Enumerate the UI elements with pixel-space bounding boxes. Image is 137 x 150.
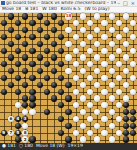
board-intersection[interactable] xyxy=(29,122,36,129)
board-intersection[interactable] xyxy=(115,61,122,68)
board-intersection[interactable] xyxy=(101,102,108,109)
board-intersection[interactable] xyxy=(14,122,21,129)
board-intersection[interactable] xyxy=(36,54,43,61)
board-intersection[interactable] xyxy=(94,20,101,27)
board-intersection[interactable] xyxy=(130,75,137,82)
board-intersection[interactable] xyxy=(50,109,57,116)
board-intersection[interactable] xyxy=(43,88,50,95)
board-intersection[interactable] xyxy=(108,81,115,88)
minimize-button[interactable]: – xyxy=(117,1,122,6)
board-intersection[interactable] xyxy=(101,54,108,61)
board-intersection[interactable]: 6 xyxy=(7,116,14,123)
board-intersection[interactable] xyxy=(58,122,65,129)
board-intersection[interactable] xyxy=(79,109,86,116)
board-intersection[interactable] xyxy=(94,75,101,82)
board-intersection[interactable] xyxy=(72,13,79,20)
board-intersection[interactable] xyxy=(65,68,72,75)
board-intersection[interactable] xyxy=(108,116,115,123)
board-intersection[interactable] xyxy=(94,68,101,75)
board-intersection[interactable] xyxy=(14,13,21,20)
board-intersection[interactable] xyxy=(123,75,130,82)
board-intersection[interactable] xyxy=(29,40,36,47)
board-intersection[interactable] xyxy=(108,95,115,102)
board-intersection[interactable] xyxy=(115,88,122,95)
board-intersection[interactable] xyxy=(123,109,130,116)
board-intersection[interactable] xyxy=(65,102,72,109)
board-intersection[interactable] xyxy=(65,75,72,82)
board-intersection[interactable] xyxy=(43,95,50,102)
board-intersection[interactable] xyxy=(58,95,65,102)
board-intersection[interactable] xyxy=(14,34,21,41)
board-intersection[interactable] xyxy=(7,13,14,20)
board-intersection[interactable] xyxy=(130,129,137,136)
board-intersection[interactable] xyxy=(36,88,43,95)
board-intersection[interactable] xyxy=(79,54,86,61)
board-intersection[interactable] xyxy=(14,102,21,109)
board-intersection[interactable] xyxy=(7,27,14,34)
board-intersection[interactable] xyxy=(29,75,36,82)
board-intersection[interactable] xyxy=(87,95,94,102)
board-intersection[interactable] xyxy=(115,34,122,41)
board-intersection[interactable] xyxy=(94,54,101,61)
board-intersection[interactable] xyxy=(72,102,79,109)
board-intersection[interactable] xyxy=(58,54,65,61)
board-intersection[interactable] xyxy=(14,61,21,68)
board-intersection[interactable] xyxy=(7,88,14,95)
board-intersection[interactable] xyxy=(72,122,79,129)
board-intersection[interactable] xyxy=(115,27,122,34)
board-intersection[interactable] xyxy=(43,68,50,75)
board-intersection[interactable] xyxy=(108,20,115,27)
board-intersection[interactable] xyxy=(43,75,50,82)
board-intersection[interactable] xyxy=(130,88,137,95)
board-intersection[interactable] xyxy=(0,88,7,95)
board-intersection[interactable] xyxy=(0,40,7,47)
board-intersection[interactable] xyxy=(43,40,50,47)
board-intersection[interactable] xyxy=(36,13,43,20)
board-intersection[interactable] xyxy=(123,13,130,20)
board-intersection[interactable] xyxy=(130,122,137,129)
board-intersection[interactable] xyxy=(0,109,7,116)
board-intersection[interactable] xyxy=(115,81,122,88)
board-intersection[interactable] xyxy=(43,102,50,109)
board-intersection[interactable] xyxy=(65,34,72,41)
board-intersection[interactable] xyxy=(65,61,72,68)
board-intersection[interactable] xyxy=(130,109,137,116)
board-intersection[interactable] xyxy=(14,88,21,95)
board-intersection[interactable] xyxy=(115,116,122,123)
board-intersection[interactable] xyxy=(29,34,36,41)
board-intersection[interactable] xyxy=(50,54,57,61)
board-intersection[interactable] xyxy=(36,122,43,129)
board-intersection[interactable] xyxy=(101,81,108,88)
board-intersection[interactable] xyxy=(7,136,14,143)
board-intersection[interactable] xyxy=(115,95,122,102)
board-intersection[interactable] xyxy=(50,34,57,41)
board-intersection[interactable] xyxy=(115,47,122,54)
board-intersection[interactable] xyxy=(22,27,29,34)
board-intersection[interactable]: 8 xyxy=(22,129,29,136)
board-intersection[interactable] xyxy=(50,102,57,109)
board-intersection[interactable] xyxy=(50,88,57,95)
board-intersection[interactable] xyxy=(101,116,108,123)
board-intersection[interactable] xyxy=(108,13,115,20)
board-intersection[interactable] xyxy=(43,61,50,68)
board-intersection[interactable] xyxy=(22,40,29,47)
board-intersection[interactable] xyxy=(94,27,101,34)
board-intersection[interactable] xyxy=(36,129,43,136)
board-intersection[interactable] xyxy=(36,95,43,102)
board-intersection[interactable] xyxy=(130,136,137,143)
board-intersection[interactable] xyxy=(65,122,72,129)
board-intersection[interactable] xyxy=(79,20,86,27)
board-intersection[interactable] xyxy=(50,47,57,54)
board-intersection[interactable] xyxy=(43,27,50,34)
board-intersection[interactable] xyxy=(123,54,130,61)
board-intersection[interactable] xyxy=(7,75,14,82)
board-intersection[interactable] xyxy=(36,75,43,82)
board-intersection[interactable] xyxy=(0,116,7,123)
board-intersection[interactable] xyxy=(22,61,29,68)
board-intersection[interactable] xyxy=(58,40,65,47)
board-intersection[interactable] xyxy=(101,109,108,116)
board-intersection[interactable] xyxy=(130,40,137,47)
board-intersection[interactable] xyxy=(0,34,7,41)
board-intersection[interactable] xyxy=(14,81,21,88)
board-intersection[interactable] xyxy=(22,88,29,95)
board-intersection[interactable] xyxy=(22,95,29,102)
board-intersection[interactable] xyxy=(130,61,137,68)
board-intersection[interactable] xyxy=(29,81,36,88)
board-intersection[interactable] xyxy=(72,81,79,88)
board-intersection[interactable] xyxy=(87,129,94,136)
board-intersection[interactable] xyxy=(94,34,101,41)
board-intersection[interactable] xyxy=(72,27,79,34)
board-intersection[interactable] xyxy=(79,102,86,109)
board-intersection[interactable] xyxy=(14,109,21,116)
board-intersection[interactable] xyxy=(0,81,7,88)
board-intersection[interactable] xyxy=(72,116,79,123)
board-intersection[interactable] xyxy=(72,129,79,136)
board-intersection[interactable] xyxy=(58,109,65,116)
board-intersection[interactable] xyxy=(29,116,36,123)
board-intersection[interactable] xyxy=(36,47,43,54)
board-intersection[interactable] xyxy=(79,81,86,88)
board-intersection[interactable] xyxy=(22,122,29,129)
board-intersection[interactable] xyxy=(79,68,86,75)
board-intersection[interactable]: 18 xyxy=(65,13,72,20)
board-intersection[interactable] xyxy=(94,122,101,129)
board-intersection[interactable] xyxy=(79,116,86,123)
board-intersection[interactable] xyxy=(87,54,94,61)
board-intersection[interactable]: 9 xyxy=(0,129,7,136)
board-intersection[interactable] xyxy=(43,136,50,143)
board-intersection[interactable] xyxy=(72,40,79,47)
board-intersection[interactable] xyxy=(58,102,65,109)
board-intersection[interactable] xyxy=(65,129,72,136)
board-intersection[interactable] xyxy=(108,61,115,68)
board-intersection[interactable] xyxy=(101,95,108,102)
board-intersection[interactable] xyxy=(94,102,101,109)
board-intersection[interactable] xyxy=(0,68,7,75)
board-intersection[interactable] xyxy=(14,47,21,54)
board-intersection[interactable] xyxy=(36,27,43,34)
board-intersection[interactable] xyxy=(43,47,50,54)
board-intersection[interactable] xyxy=(115,109,122,116)
board-intersection[interactable] xyxy=(72,136,79,143)
board-intersection[interactable] xyxy=(50,129,57,136)
board-intersection[interactable] xyxy=(87,75,94,82)
board-intersection[interactable] xyxy=(108,129,115,136)
board-intersection[interactable] xyxy=(65,95,72,102)
board-intersection[interactable] xyxy=(65,109,72,116)
board-intersection[interactable] xyxy=(58,129,65,136)
board-intersection[interactable] xyxy=(115,20,122,27)
board-intersection[interactable] xyxy=(22,75,29,82)
board-intersection[interactable] xyxy=(123,88,130,95)
board-intersection[interactable] xyxy=(58,116,65,123)
board-intersection[interactable] xyxy=(72,20,79,27)
board-intersection[interactable] xyxy=(50,61,57,68)
board-intersection[interactable]: 4 xyxy=(14,116,21,123)
board-intersection[interactable] xyxy=(130,68,137,75)
board-intersection[interactable] xyxy=(87,34,94,41)
board-intersection[interactable] xyxy=(65,54,72,61)
board-intersection[interactable] xyxy=(87,68,94,75)
board-intersection[interactable] xyxy=(130,81,137,88)
board-intersection[interactable] xyxy=(79,34,86,41)
board-intersection[interactable] xyxy=(94,88,101,95)
board-intersection[interactable] xyxy=(36,109,43,116)
board-intersection[interactable] xyxy=(65,47,72,54)
board-intersection[interactable] xyxy=(130,54,137,61)
board-intersection[interactable] xyxy=(58,61,65,68)
board-intersection[interactable] xyxy=(79,61,86,68)
board-intersection[interactable] xyxy=(130,47,137,54)
board-intersection[interactable] xyxy=(87,47,94,54)
board-intersection[interactable] xyxy=(29,88,36,95)
board-intersection[interactable] xyxy=(58,20,65,27)
board-intersection[interactable] xyxy=(7,40,14,47)
board-intersection[interactable] xyxy=(0,75,7,82)
board-intersection[interactable] xyxy=(72,34,79,41)
board-intersection[interactable] xyxy=(108,34,115,41)
board-intersection[interactable] xyxy=(87,81,94,88)
board-intersection[interactable] xyxy=(29,47,36,54)
board-intersection[interactable] xyxy=(58,88,65,95)
board-intersection[interactable] xyxy=(14,27,21,34)
board-intersection[interactable] xyxy=(123,34,130,41)
board-intersection[interactable] xyxy=(115,54,122,61)
board-intersection[interactable] xyxy=(130,13,137,20)
board-intersection[interactable] xyxy=(79,122,86,129)
board-intersection[interactable] xyxy=(7,81,14,88)
board-intersection[interactable] xyxy=(115,68,122,75)
board-intersection[interactable] xyxy=(7,20,14,27)
board-intersection[interactable] xyxy=(101,136,108,143)
board-intersection[interactable] xyxy=(29,102,36,109)
board-intersection[interactable] xyxy=(7,54,14,61)
board-intersection[interactable] xyxy=(22,20,29,27)
board-intersection[interactable] xyxy=(14,54,21,61)
board-intersection[interactable] xyxy=(94,81,101,88)
board-intersection[interactable] xyxy=(123,116,130,123)
board-intersection[interactable] xyxy=(94,109,101,116)
board-intersection[interactable] xyxy=(0,122,7,129)
board-intersection[interactable] xyxy=(130,116,137,123)
board-intersection[interactable] xyxy=(108,122,115,129)
board-intersection[interactable] xyxy=(0,20,7,27)
board-intersection[interactable] xyxy=(7,47,14,54)
board-intersection[interactable] xyxy=(65,136,72,143)
board-intersection[interactable] xyxy=(115,136,122,143)
board-intersection[interactable] xyxy=(22,47,29,54)
board-intersection[interactable] xyxy=(65,20,72,27)
board-intersection[interactable] xyxy=(79,40,86,47)
board-intersection[interactable] xyxy=(115,102,122,109)
board-intersection[interactable] xyxy=(123,61,130,68)
board-intersection[interactable] xyxy=(123,20,130,27)
board-intersection[interactable] xyxy=(7,122,14,129)
board-intersection[interactable] xyxy=(65,81,72,88)
board-intersection[interactable] xyxy=(50,95,57,102)
board-intersection[interactable] xyxy=(29,95,36,102)
board-intersection[interactable] xyxy=(65,116,72,123)
board-intersection[interactable]: 2 xyxy=(22,136,29,143)
board-intersection[interactable] xyxy=(43,109,50,116)
board-intersection[interactable] xyxy=(22,54,29,61)
board-intersection[interactable] xyxy=(79,129,86,136)
board-intersection[interactable] xyxy=(123,122,130,129)
board-intersection[interactable] xyxy=(58,13,65,20)
board-intersection[interactable] xyxy=(87,61,94,68)
board-intersection[interactable] xyxy=(94,13,101,20)
board-intersection[interactable] xyxy=(87,13,94,20)
board-intersection[interactable] xyxy=(29,27,36,34)
board-intersection[interactable] xyxy=(108,109,115,116)
board-intersection[interactable] xyxy=(36,40,43,47)
board-intersection[interactable] xyxy=(0,95,7,102)
board-intersection[interactable]: 7 xyxy=(7,129,14,136)
board-intersection[interactable] xyxy=(130,34,137,41)
board-intersection[interactable] xyxy=(43,20,50,27)
go-board[interactable]: 1864397582 xyxy=(0,13,137,143)
board-intersection[interactable] xyxy=(123,136,130,143)
board-intersection[interactable] xyxy=(87,20,94,27)
board-intersection[interactable] xyxy=(108,102,115,109)
board-intersection[interactable] xyxy=(115,40,122,47)
board-intersection[interactable] xyxy=(108,88,115,95)
board-intersection[interactable] xyxy=(22,68,29,75)
board-intersection[interactable] xyxy=(87,109,94,116)
board-intersection[interactable] xyxy=(72,95,79,102)
board-intersection[interactable] xyxy=(79,75,86,82)
board-intersection[interactable] xyxy=(130,27,137,34)
board-intersection[interactable] xyxy=(14,136,21,143)
board-intersection[interactable] xyxy=(79,13,86,20)
board-intersection[interactable] xyxy=(22,81,29,88)
board-intersection[interactable] xyxy=(123,68,130,75)
board-intersection[interactable] xyxy=(94,129,101,136)
board-intersection[interactable] xyxy=(87,102,94,109)
board-intersection[interactable] xyxy=(7,34,14,41)
board-intersection[interactable] xyxy=(72,75,79,82)
close-button[interactable]: × xyxy=(130,1,136,6)
board-intersection[interactable] xyxy=(0,54,7,61)
board-intersection[interactable] xyxy=(101,61,108,68)
board-intersection[interactable] xyxy=(123,102,130,109)
board-intersection[interactable] xyxy=(14,20,21,27)
board-intersection[interactable] xyxy=(115,129,122,136)
board-intersection[interactable] xyxy=(50,122,57,129)
board-intersection[interactable] xyxy=(58,68,65,75)
board-intersection[interactable] xyxy=(72,61,79,68)
maximize-button[interactable]: □ xyxy=(122,1,129,6)
board-intersection[interactable] xyxy=(130,95,137,102)
board-intersection[interactable] xyxy=(79,88,86,95)
board-intersection[interactable] xyxy=(101,27,108,34)
board-intersection[interactable] xyxy=(79,136,86,143)
board-intersection[interactable] xyxy=(36,20,43,27)
board-intersection[interactable] xyxy=(101,68,108,75)
board-intersection[interactable] xyxy=(87,136,94,143)
board-intersection[interactable] xyxy=(58,34,65,41)
board-intersection[interactable] xyxy=(94,47,101,54)
board-intersection[interactable] xyxy=(94,116,101,123)
board-intersection[interactable] xyxy=(58,136,65,143)
board-intersection[interactable] xyxy=(14,75,21,82)
board-intersection[interactable] xyxy=(101,40,108,47)
board-intersection[interactable] xyxy=(79,27,86,34)
board-intersection[interactable] xyxy=(123,47,130,54)
board-intersection[interactable] xyxy=(43,34,50,41)
board-intersection[interactable] xyxy=(101,75,108,82)
board-intersection[interactable] xyxy=(29,61,36,68)
board-intersection[interactable] xyxy=(22,34,29,41)
board-intersection[interactable] xyxy=(101,47,108,54)
board-intersection[interactable] xyxy=(87,27,94,34)
board-intersection[interactable] xyxy=(43,54,50,61)
board-intersection[interactable] xyxy=(58,81,65,88)
board-intersection[interactable] xyxy=(14,95,21,102)
board-intersection[interactable] xyxy=(7,102,14,109)
board-intersection[interactable] xyxy=(50,75,57,82)
board-intersection[interactable] xyxy=(115,13,122,20)
board-intersection[interactable] xyxy=(130,20,137,27)
board-intersection[interactable] xyxy=(50,27,57,34)
board-intersection[interactable] xyxy=(50,20,57,27)
board-intersection[interactable] xyxy=(43,81,50,88)
board-intersection[interactable] xyxy=(36,61,43,68)
board-intersection[interactable] xyxy=(29,68,36,75)
board-intersection[interactable]: 3 xyxy=(22,116,29,123)
board-intersection[interactable] xyxy=(108,68,115,75)
board-intersection[interactable] xyxy=(87,122,94,129)
board-intersection[interactable] xyxy=(101,20,108,27)
board-intersection[interactable] xyxy=(123,95,130,102)
board-intersection[interactable] xyxy=(65,27,72,34)
board-intersection[interactable] xyxy=(36,81,43,88)
board-intersection[interactable] xyxy=(101,88,108,95)
board-intersection[interactable] xyxy=(50,13,57,20)
board-intersection[interactable] xyxy=(72,109,79,116)
board-intersection[interactable] xyxy=(29,13,36,20)
board-intersection[interactable] xyxy=(108,136,115,143)
board-intersection[interactable] xyxy=(43,13,50,20)
board-intersection[interactable] xyxy=(108,27,115,34)
board-intersection[interactable] xyxy=(36,116,43,123)
board-intersection[interactable] xyxy=(0,27,7,34)
